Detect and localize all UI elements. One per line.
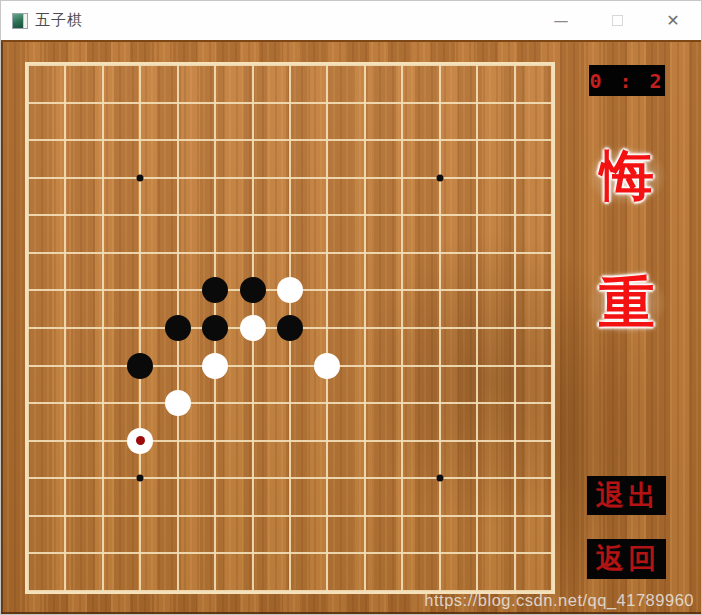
grid-line-vertical — [364, 65, 366, 591]
gomoku-board[interactable] — [25, 62, 555, 594]
restart-button[interactable]: 重 — [587, 271, 667, 335]
stone-black — [202, 315, 228, 341]
grid-line-vertical — [401, 65, 403, 591]
undo-button[interactable]: 悔 — [587, 146, 667, 206]
score-value: 0 : 2 — [589, 69, 664, 93]
stone-black — [202, 277, 228, 303]
grid-line-vertical — [551, 65, 553, 591]
window-controls: — ✕ — [533, 1, 701, 40]
last-move-marker — [136, 436, 145, 445]
stone-white — [202, 353, 228, 379]
stone-black — [277, 315, 303, 341]
game-client-area: 0 : 2 悔 重 退出 返回 https://blog.csdn.net/qq… — [1, 40, 702, 615]
stone-white — [314, 353, 340, 379]
title-bar: 五子棋 — ✕ — [1, 1, 701, 40]
app-icon — [12, 13, 28, 29]
grid-line-vertical — [439, 65, 441, 591]
star-point — [137, 475, 144, 482]
grid-line-horizontal — [28, 552, 552, 554]
stone-black — [127, 353, 153, 379]
board-grid[interactable] — [28, 65, 552, 591]
grid-line-horizontal — [28, 515, 552, 517]
star-point — [137, 174, 144, 181]
game-window: 五子棋 — ✕ 0 : 2 悔 重 退出 返回 https://blog.csd… — [0, 0, 702, 615]
grid-line-horizontal — [28, 440, 552, 442]
exit-button[interactable]: 退出 — [587, 476, 666, 515]
stone-black — [165, 315, 191, 341]
stone-white — [165, 390, 191, 416]
star-point — [436, 174, 443, 181]
app-icon-image — [13, 14, 23, 28]
app-icon-page — [23, 14, 27, 28]
star-point — [436, 475, 443, 482]
minimize-button[interactable]: — — [533, 1, 589, 40]
minimize-icon: — — [554, 12, 569, 30]
grid-line-vertical — [476, 65, 478, 591]
window-title: 五子棋 — [35, 11, 83, 30]
score-display: 0 : 2 — [589, 65, 665, 96]
grid-line-horizontal — [28, 477, 552, 479]
close-button[interactable]: ✕ — [645, 1, 701, 40]
stone-black — [240, 277, 266, 303]
maximize-icon — [612, 15, 623, 26]
grid-line-vertical — [326, 65, 328, 591]
stone-white-last-move — [127, 428, 153, 454]
maximize-button[interactable] — [589, 1, 645, 40]
grid-line-horizontal — [28, 365, 552, 367]
watermark-url: https://blog.csdn.net/qq_41789960 — [424, 591, 694, 610]
stone-white — [277, 277, 303, 303]
stone-white — [240, 315, 266, 341]
grid-line-horizontal — [28, 402, 552, 404]
grid-line-vertical — [514, 65, 516, 591]
back-button[interactable]: 返回 — [587, 539, 666, 579]
close-icon: ✕ — [666, 11, 679, 30]
